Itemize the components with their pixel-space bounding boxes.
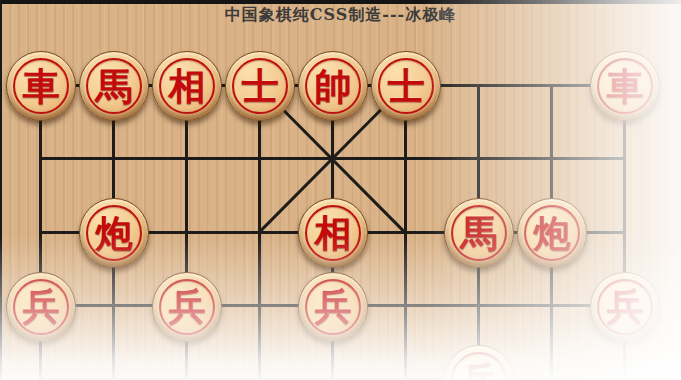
piece-general[interactable]: 帥 bbox=[298, 51, 368, 121]
piece-glyph-horse: 馬 bbox=[461, 215, 498, 252]
piece-glyph-soldier: 兵 bbox=[169, 288, 206, 325]
piece-chariot[interactable]: 車 bbox=[590, 51, 660, 121]
piece-glyph-soldier: 兵 bbox=[461, 362, 498, 380]
point-marker-corner bbox=[19, 19, 28, 28]
point-marker bbox=[0, 0, 28, 28]
piece-soldier[interactable]: 兵 bbox=[298, 272, 368, 342]
piece-horse[interactable]: 馬 bbox=[444, 198, 514, 268]
piece-elephant[interactable]: 相 bbox=[298, 198, 368, 268]
piece-horse[interactable]: 馬 bbox=[79, 51, 149, 121]
piece-soldier[interactable]: 兵 bbox=[6, 272, 76, 342]
point-marker-corner bbox=[19, 0, 28, 9]
xiangqi-board: 車馬相士帥士車炮相馬炮兵兵兵兵兵 bbox=[0, 0, 681, 380]
piece-glyph-soldier: 兵 bbox=[607, 288, 644, 325]
piece-glyph-general: 帥 bbox=[315, 68, 352, 105]
piece-glyph-elephant: 相 bbox=[315, 215, 352, 252]
piece-soldier[interactable]: 兵 bbox=[152, 272, 222, 342]
piece-glyph-cannon: 炮 bbox=[96, 215, 133, 252]
piece-glyph-cannon: 炮 bbox=[534, 215, 571, 252]
piece-chariot[interactable]: 車 bbox=[6, 51, 76, 121]
piece-glyph-advisor: 士 bbox=[388, 68, 425, 105]
piece-glyph-advisor: 士 bbox=[242, 68, 279, 105]
piece-cannon[interactable]: 炮 bbox=[517, 198, 587, 268]
point-marker-corner bbox=[0, 19, 9, 28]
piece-advisor[interactable]: 士 bbox=[225, 51, 295, 121]
piece-cannon[interactable]: 炮 bbox=[79, 198, 149, 268]
piece-glyph-soldier: 兵 bbox=[23, 288, 60, 325]
piece-glyph-chariot: 車 bbox=[23, 68, 60, 105]
piece-advisor[interactable]: 士 bbox=[371, 51, 441, 121]
piece-glyph-soldier: 兵 bbox=[315, 288, 352, 325]
piece-glyph-chariot: 車 bbox=[607, 68, 644, 105]
piece-soldier[interactable]: 兵 bbox=[590, 272, 660, 342]
piece-soldier[interactable]: 兵 bbox=[444, 345, 514, 380]
xiangqi-css-demo-page: 中国象棋纯CSS制造---冰极峰 車馬相士帥士車炮相馬炮兵兵兵兵兵 bbox=[0, 0, 681, 380]
piece-elephant[interactable]: 相 bbox=[152, 51, 222, 121]
point-marker-corner bbox=[0, 0, 9, 9]
piece-glyph-horse: 馬 bbox=[96, 68, 133, 105]
piece-glyph-elephant: 相 bbox=[169, 68, 206, 105]
